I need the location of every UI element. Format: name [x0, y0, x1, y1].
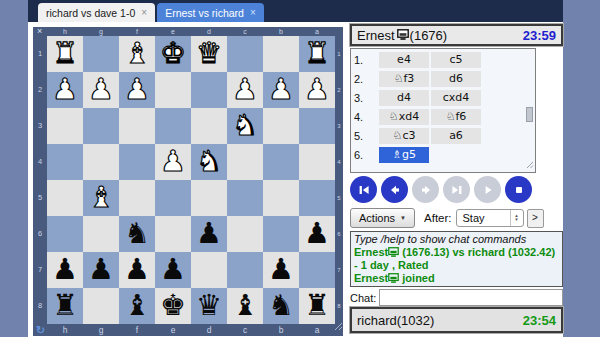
square-h6[interactable] [47, 216, 83, 252]
actions-row: Actions ▼ After: Stay ▲▼ > [350, 206, 544, 230]
square-g5[interactable]: ♝ [83, 180, 119, 216]
square-d3[interactable] [191, 108, 227, 144]
white-piece-e4: ♟ [155, 144, 191, 180]
square-c4[interactable] [227, 144, 263, 180]
file-label-b: b [263, 324, 299, 336]
square-f2[interactable]: ♟ [119, 72, 155, 108]
move-5-black[interactable]: a6 [431, 128, 481, 144]
move-number: 6. [352, 149, 379, 161]
white-piece-a1: ♜ [299, 36, 335, 72]
square-h3[interactable] [47, 108, 83, 144]
rank-label-5: 5 [33, 180, 47, 216]
step-forward-button [412, 176, 439, 203]
chat-message: Ernest (1676.13) vs richard (1032.42) - … [354, 246, 559, 272]
square-c2[interactable]: ♟ [227, 72, 263, 108]
square-d4[interactable]: ♞ [191, 144, 227, 180]
move-6-white[interactable]: ♗g5 [379, 147, 429, 163]
square-f3[interactable] [119, 108, 155, 144]
step-forward-icon [419, 183, 433, 197]
square-b2[interactable]: ♟ [263, 72, 299, 108]
black-piece-e7: ♟ [155, 252, 191, 288]
computer-icon [388, 246, 399, 258]
square-d1[interactable]: ♛ [191, 36, 227, 72]
black-piece-a6: ♟ [299, 216, 335, 252]
black-piece-h7: ♟ [47, 252, 83, 288]
black-piece-f7: ♟ [119, 252, 155, 288]
chat-input[interactable] [379, 289, 563, 306]
step-back-button[interactable] [381, 176, 408, 203]
move-4-black[interactable]: ♘f6 [431, 109, 481, 125]
file-label-a: a [299, 27, 335, 36]
file-labels-top: hgfedcba [47, 27, 335, 36]
move-list: 1.e4c52.♘f3d63.d4cxd44.♘xd4♘f65.♘c3a66.♗… [350, 48, 536, 173]
square-h1[interactable]: ♜ [47, 36, 83, 72]
file-label-h: h [47, 324, 83, 336]
file-label-g: g [83, 27, 119, 36]
square-b1[interactable] [263, 36, 299, 72]
caret-down-icon: ▼ [400, 215, 406, 221]
chat-message-text: joined [399, 272, 434, 284]
chess-board: ♜♝♚♛♜♟♟♟♟♟♟♞♟♞♝♞♟♟♟♟♟♟♟♜♝♚♛♝♞♜ [47, 36, 335, 324]
move-row: 4.♘xd4♘f6 [352, 108, 535, 126]
square-e7[interactable]: ♟ [155, 252, 191, 288]
rank-label-6: 6 [335, 216, 343, 252]
rank-label-1: 1 [335, 36, 343, 72]
square-c1[interactable] [227, 36, 263, 72]
chat-input-row: Chat: [350, 289, 563, 306]
move-number: 5. [352, 130, 379, 142]
move-3-white[interactable]: d4 [379, 90, 429, 106]
square-e3[interactable] [155, 108, 191, 144]
step-back-icon [388, 183, 402, 197]
white-piece-d4: ♞ [191, 144, 227, 180]
white-piece-d1: ♛ [191, 36, 227, 72]
square-a6[interactable]: ♟ [299, 216, 335, 252]
jump-to-start-icon [357, 183, 371, 197]
square-c3[interactable]: ♞ [227, 108, 263, 144]
chess-board-panel: × hgfedcba 12345678 12345678 ♜♝♚♛♜♟♟♟♟♟♟… [33, 27, 343, 336]
tab-label: Ernest vs richard [165, 7, 244, 19]
bottom-player-clock: 23:54 [523, 313, 556, 328]
tab-close-icon[interactable]: × [141, 8, 147, 18]
board-close-icon[interactable]: × [37, 26, 42, 36]
square-a3[interactable] [299, 108, 335, 144]
black-piece-b7: ♟ [263, 252, 299, 288]
square-d6[interactable]: ♟ [191, 216, 227, 252]
rank-label-4: 4 [33, 144, 47, 180]
rank-label-6: 6 [33, 216, 47, 252]
white-piece-a2: ♟ [299, 72, 335, 108]
chat-message: richard joined [354, 285, 559, 287]
tab-bar: richard vs dave 1-0×Ernest vs richard× [28, 0, 563, 22]
chat-label: Chat: [350, 292, 376, 304]
black-piece-c8: ♝ [227, 288, 263, 324]
square-a4[interactable] [299, 144, 335, 180]
stop-icon [512, 183, 526, 197]
top-player-box: Ernest (1676) 23:59 [350, 24, 563, 46]
white-piece-b2: ♟ [263, 72, 299, 108]
black-piece-d6: ♟ [191, 216, 227, 252]
square-h8[interactable]: ♜ [47, 288, 83, 324]
file-label-h: h [47, 27, 83, 36]
square-d2[interactable] [191, 72, 227, 108]
go-button[interactable]: > [527, 209, 544, 228]
rank-label-3: 3 [33, 108, 47, 144]
square-d7[interactable] [191, 252, 227, 288]
white-piece-h1: ♜ [47, 36, 83, 72]
square-h5[interactable] [47, 180, 83, 216]
square-e1[interactable]: ♚ [155, 36, 191, 72]
square-d5[interactable] [191, 180, 227, 216]
move-list-resize-grip-icon[interactable] [526, 159, 534, 171]
chat-log: Type /help to show chat commandsErnest (… [350, 231, 563, 287]
app-window: richard vs dave 1-0×Ernest vs richard× ×… [28, 0, 563, 337]
square-h4[interactable] [47, 144, 83, 180]
white-piece-g2: ♟ [83, 72, 119, 108]
tab-label: richard vs dave 1-0 [46, 7, 135, 19]
chat-message-player: Ernest [354, 246, 388, 258]
square-f6[interactable]: ♞ [119, 216, 155, 252]
square-g2[interactable]: ♟ [83, 72, 119, 108]
computer-icon [388, 247, 399, 257]
desktop: richard vs dave 1-0×Ernest vs richard× ×… [0, 0, 600, 337]
jump-to-end-icon [450, 183, 464, 197]
rank-label-7: 7 [335, 252, 343, 288]
square-f8[interactable]: ♝ [119, 288, 155, 324]
file-label-f: f [119, 27, 155, 36]
after-select[interactable]: Stay ▲▼ [456, 209, 524, 227]
chat-message-player: richard [354, 285, 391, 287]
square-b5[interactable] [263, 180, 299, 216]
select-stepper-icon: ▲▼ [510, 210, 523, 226]
top-player-rating: (1676) [410, 28, 448, 43]
square-g6[interactable] [83, 216, 119, 252]
move-1-black[interactable]: c5 [431, 52, 481, 68]
file-label-e: e [155, 324, 191, 336]
move-4-white[interactable]: ♘xd4 [379, 109, 429, 125]
bottom-player-box: richard(1032) 23:54 [350, 307, 563, 333]
move-5-white[interactable]: ♘c3 [379, 128, 429, 144]
rank-label-8: 8 [33, 288, 47, 324]
square-c7[interactable] [227, 252, 263, 288]
chat-message-player: Ernest [354, 272, 388, 284]
square-f5[interactable] [119, 180, 155, 216]
move-row: 2.♘f3d6 [352, 70, 535, 88]
black-piece-h8: ♜ [47, 288, 83, 324]
rank-label-5: 5 [335, 180, 343, 216]
chat-message-text: joined [391, 285, 426, 287]
rank-label-2: 2 [33, 72, 47, 108]
white-piece-h2: ♟ [47, 72, 83, 108]
move-number: 1. [352, 54, 379, 66]
square-g8[interactable] [83, 288, 119, 324]
file-label-d: d [191, 324, 227, 336]
rank-label-7: 7 [33, 252, 47, 288]
black-piece-e8: ♚ [155, 288, 191, 324]
file-label-f: f [119, 324, 155, 336]
white-piece-e1: ♚ [155, 36, 191, 72]
move-row: 3.d4cxd4 [352, 89, 535, 107]
top-player-clock: 23:59 [523, 28, 556, 43]
square-a7[interactable] [299, 252, 335, 288]
actions-button-label: Actions [359, 212, 395, 224]
file-labels-bottom: hgfedcba [47, 324, 335, 336]
computer-icon [397, 28, 409, 43]
square-e4[interactable]: ♟ [155, 144, 191, 180]
tab-richard-vs-dave-1-0[interactable]: richard vs dave 1-0× [38, 3, 155, 22]
square-c5[interactable] [227, 180, 263, 216]
rank-label-1: 1 [33, 36, 47, 72]
black-piece-f8: ♝ [119, 288, 155, 324]
file-label-c: c [227, 324, 263, 336]
bottom-player-name: richard(1032) [357, 313, 434, 328]
black-piece-b8: ♞ [263, 288, 299, 324]
square-h2[interactable]: ♟ [47, 72, 83, 108]
move-number: 2. [352, 73, 379, 85]
square-b7[interactable]: ♟ [263, 252, 299, 288]
play-icon [481, 183, 495, 197]
file-label-b: b [263, 27, 299, 36]
move-1-white[interactable]: e4 [379, 52, 429, 68]
square-c8[interactable]: ♝ [227, 288, 263, 324]
rank-label-4: 4 [335, 144, 343, 180]
play-button [474, 176, 501, 203]
rank-label-3: 3 [335, 108, 343, 144]
chat-message: Type /help to show chat commands [354, 233, 559, 246]
top-player-name: Ernest [357, 28, 395, 43]
move-2-white[interactable]: ♘f3 [379, 71, 429, 87]
move-row: 5.♘c3a6 [352, 127, 535, 145]
file-label-c: c [227, 27, 263, 36]
square-a5[interactable] [299, 180, 335, 216]
black-piece-a8: ♜ [299, 288, 335, 324]
square-c6[interactable] [227, 216, 263, 252]
tab-close-icon[interactable]: × [250, 8, 256, 18]
file-label-g: g [83, 324, 119, 336]
square-h7[interactable]: ♟ [47, 252, 83, 288]
square-b8[interactable]: ♞ [263, 288, 299, 324]
square-f1[interactable]: ♝ [119, 36, 155, 72]
square-f7[interactable]: ♟ [119, 252, 155, 288]
white-piece-f1: ♝ [119, 36, 155, 72]
rank-labels-left: 12345678 [33, 36, 47, 324]
square-f4[interactable] [119, 144, 155, 180]
stop-button[interactable] [505, 176, 532, 203]
square-g1[interactable] [83, 36, 119, 72]
square-e2[interactable] [155, 72, 191, 108]
computer-icon [388, 272, 399, 284]
game-navigation [350, 176, 532, 203]
move-2-black[interactable]: d6 [431, 71, 481, 87]
white-piece-f2: ♟ [119, 72, 155, 108]
move-row: 1.e4c5 [352, 51, 535, 69]
square-b4[interactable] [263, 144, 299, 180]
move-3-black[interactable]: cxd4 [431, 90, 481, 106]
move-number: 4. [352, 111, 379, 123]
black-piece-f6: ♞ [119, 216, 155, 252]
square-b3[interactable] [263, 108, 299, 144]
white-piece-g5: ♝ [83, 180, 119, 216]
flip-board-icon[interactable]: ↻ [36, 324, 45, 336]
computer-icon [388, 273, 399, 283]
black-piece-g7: ♟ [83, 252, 119, 288]
rank-labels-right: 12345678 [335, 36, 343, 324]
file-label-d: d [191, 27, 227, 36]
chat-message: Ernest joined [354, 272, 559, 285]
file-label-a: a [299, 324, 335, 336]
white-piece-c2: ♟ [227, 72, 263, 108]
rank-label-2: 2 [335, 72, 343, 108]
white-piece-c3: ♞ [227, 108, 263, 144]
after-select-value: Stay [463, 212, 485, 224]
move-row: 6.♗g5 [352, 146, 535, 164]
black-piece-d8: ♛ [191, 288, 227, 324]
square-a1[interactable]: ♜ [299, 36, 335, 72]
square-g7[interactable]: ♟ [83, 252, 119, 288]
square-e5[interactable] [155, 180, 191, 216]
square-a8[interactable]: ♜ [299, 288, 335, 324]
move-list-scrollbar[interactable] [526, 107, 533, 122]
square-e8[interactable]: ♚ [155, 288, 191, 324]
jump-to-start-button[interactable] [350, 176, 377, 203]
square-a2[interactable]: ♟ [299, 72, 335, 108]
square-g3[interactable] [83, 108, 119, 144]
square-b6[interactable] [263, 216, 299, 252]
move-number: 3. [352, 92, 379, 104]
tab-ernest-vs-richard[interactable]: Ernest vs richard× [157, 3, 264, 22]
board-resize-grip-icon[interactable] [334, 317, 343, 335]
square-d8[interactable]: ♛ [191, 288, 227, 324]
square-e6[interactable] [155, 216, 191, 252]
actions-button[interactable]: Actions ▼ [350, 208, 415, 228]
file-label-e: e [155, 27, 191, 36]
jump-to-end-button [443, 176, 470, 203]
after-label: After: [424, 212, 451, 224]
square-g4[interactable] [83, 144, 119, 180]
